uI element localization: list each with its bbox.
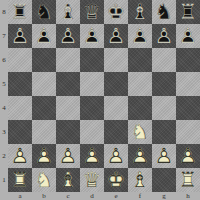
piece-black-pawn: ♟ xyxy=(32,24,56,48)
piece-white-bishop: ♝ xyxy=(56,168,80,192)
square-e4[interactable] xyxy=(104,96,128,120)
square-e3[interactable] xyxy=(104,120,128,144)
rank-label-2: 2 xyxy=(0,144,8,168)
square-g4[interactable] xyxy=(152,96,176,120)
square-d3[interactable] xyxy=(80,120,104,144)
square-a8[interactable]: ♜ xyxy=(8,0,32,24)
square-f5[interactable] xyxy=(128,72,152,96)
piece-black-king: ♚ xyxy=(104,0,128,24)
square-e1[interactable]: ♚ xyxy=(104,168,128,192)
file-label-d: d xyxy=(80,192,104,200)
piece-black-knight: ♞ xyxy=(152,0,176,24)
square-e2[interactable]: ♟ xyxy=(104,144,128,168)
square-g3[interactable] xyxy=(152,120,176,144)
square-b7[interactable]: ♟ xyxy=(32,24,56,48)
square-g8[interactable]: ♞ xyxy=(152,0,176,24)
chess-board-window: 8♜♞♝♛♚♝♞♜7♟♟♟♟♟♟♟♟6543♞2♟♟♟♟♟♟♟♟1♜♞♝♛♚♝♜… xyxy=(0,0,200,200)
piece-black-queen: ♛ xyxy=(80,0,104,24)
square-f2[interactable]: ♟ xyxy=(128,144,152,168)
rank-label-5: 5 xyxy=(0,72,8,96)
piece-white-bishop: ♝ xyxy=(128,168,152,192)
piece-black-bishop: ♝ xyxy=(56,0,80,24)
square-f4[interactable] xyxy=(128,96,152,120)
square-e5[interactable] xyxy=(104,72,128,96)
square-c2[interactable]: ♟ xyxy=(56,144,80,168)
square-h7[interactable]: ♟ xyxy=(176,24,200,48)
square-b2[interactable]: ♟ xyxy=(32,144,56,168)
rank-label-7: 7 xyxy=(0,24,8,48)
square-c8[interactable]: ♝ xyxy=(56,0,80,24)
square-f6[interactable] xyxy=(128,48,152,72)
piece-white-pawn: ♟ xyxy=(104,144,128,168)
square-a3[interactable] xyxy=(8,120,32,144)
rank-label-4: 4 xyxy=(0,96,8,120)
file-label-e: e xyxy=(104,192,128,200)
rank-label-6: 6 xyxy=(0,48,8,72)
square-c3[interactable] xyxy=(56,120,80,144)
square-e7[interactable]: ♟ xyxy=(104,24,128,48)
piece-black-pawn: ♟ xyxy=(56,24,80,48)
square-b1[interactable]: ♞ xyxy=(32,168,56,192)
square-h3[interactable] xyxy=(176,120,200,144)
square-g5[interactable] xyxy=(152,72,176,96)
square-a7[interactable]: ♟ xyxy=(8,24,32,48)
square-d7[interactable]: ♟ xyxy=(80,24,104,48)
square-f8[interactable]: ♝ xyxy=(128,0,152,24)
square-b5[interactable] xyxy=(32,72,56,96)
rank-label-1: 1 xyxy=(0,168,8,192)
file-label-c: c xyxy=(56,192,80,200)
square-b3[interactable] xyxy=(32,120,56,144)
piece-black-pawn: ♟ xyxy=(176,24,200,48)
square-f7[interactable]: ♟ xyxy=(128,24,152,48)
square-d5[interactable] xyxy=(80,72,104,96)
piece-black-pawn: ♟ xyxy=(104,24,128,48)
square-h1[interactable]: ♜ xyxy=(176,168,200,192)
square-f3[interactable]: ♞ xyxy=(128,120,152,144)
square-b4[interactable] xyxy=(32,96,56,120)
square-d1[interactable]: ♛ xyxy=(80,168,104,192)
square-h4[interactable] xyxy=(176,96,200,120)
square-d4[interactable] xyxy=(80,96,104,120)
square-c4[interactable] xyxy=(56,96,80,120)
piece-white-king: ♚ xyxy=(104,168,128,192)
square-a5[interactable] xyxy=(8,72,32,96)
piece-white-knight: ♞ xyxy=(32,168,56,192)
square-a1[interactable]: ♜ xyxy=(8,168,32,192)
file-label-g: g xyxy=(152,192,176,200)
square-a4[interactable] xyxy=(8,96,32,120)
piece-black-pawn: ♟ xyxy=(152,24,176,48)
square-h5[interactable] xyxy=(176,72,200,96)
piece-black-pawn: ♟ xyxy=(128,24,152,48)
piece-black-knight: ♞ xyxy=(32,0,56,24)
square-f1[interactable]: ♝ xyxy=(128,168,152,192)
piece-white-pawn: ♟ xyxy=(56,144,80,168)
file-label-h: h xyxy=(176,192,200,200)
square-c6[interactable] xyxy=(56,48,80,72)
square-h2[interactable]: ♟ xyxy=(176,144,200,168)
rank-label-8: 8 xyxy=(0,0,8,24)
square-d8[interactable]: ♛ xyxy=(80,0,104,24)
piece-white-pawn: ♟ xyxy=(80,144,104,168)
square-d2[interactable]: ♟ xyxy=(80,144,104,168)
square-c5[interactable] xyxy=(56,72,80,96)
square-c1[interactable]: ♝ xyxy=(56,168,80,192)
file-label-f: f xyxy=(128,192,152,200)
piece-white-pawn: ♟ xyxy=(8,144,32,168)
piece-white-pawn: ♟ xyxy=(128,144,152,168)
square-h8[interactable]: ♜ xyxy=(176,0,200,24)
square-g7[interactable]: ♟ xyxy=(152,24,176,48)
piece-black-bishop: ♝ xyxy=(128,0,152,24)
square-b8[interactable]: ♞ xyxy=(32,0,56,24)
square-d6[interactable] xyxy=(80,48,104,72)
piece-white-rook: ♜ xyxy=(176,168,200,192)
file-label-b: b xyxy=(32,192,56,200)
square-a2[interactable]: ♟ xyxy=(8,144,32,168)
file-label-a: a xyxy=(8,192,32,200)
board-corner xyxy=(0,192,8,200)
rank-label-3: 3 xyxy=(0,120,8,144)
square-g6[interactable] xyxy=(152,48,176,72)
piece-white-queen: ♛ xyxy=(80,168,104,192)
piece-black-pawn: ♟ xyxy=(8,24,32,48)
chess-board: 8♜♞♝♛♚♝♞♜7♟♟♟♟♟♟♟♟6543♞2♟♟♟♟♟♟♟♟1♜♞♝♛♚♝♜… xyxy=(0,0,200,200)
square-g2[interactable]: ♟ xyxy=(152,144,176,168)
square-c7[interactable]: ♟ xyxy=(56,24,80,48)
piece-black-rook: ♜ xyxy=(176,0,200,24)
square-e6[interactable] xyxy=(104,48,128,72)
square-e8[interactable]: ♚ xyxy=(104,0,128,24)
piece-white-rook: ♜ xyxy=(8,168,32,192)
square-a6[interactable] xyxy=(8,48,32,72)
piece-white-pawn: ♟ xyxy=(32,144,56,168)
square-h6[interactable] xyxy=(176,48,200,72)
square-b6[interactable] xyxy=(32,48,56,72)
piece-black-rook: ♜ xyxy=(8,0,32,24)
piece-white-pawn: ♟ xyxy=(176,144,200,168)
piece-white-knight: ♞ xyxy=(128,120,152,144)
square-g1[interactable] xyxy=(152,168,176,192)
piece-black-pawn: ♟ xyxy=(80,24,104,48)
piece-white-pawn: ♟ xyxy=(152,144,176,168)
